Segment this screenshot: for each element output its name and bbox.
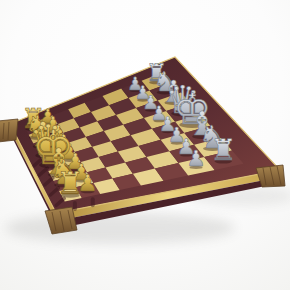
chess-board: ♜♟♞♟♝♟♛♟♟♚♜♟♟♝♞♟♟♝♞♟♟♛♟♜♚♟♟♝♟♞♟♜ xyxy=(0,0,290,290)
piece-black-pawn-h7[interactable]: ♟ xyxy=(186,146,206,171)
piece-white-rook-h1[interactable]: ♜ xyxy=(56,165,84,201)
chess-set-photo: ♜♟♞♟♝♟♛♟♟♚♜♟♟♝♞♟♟♝♞♟♟♛♟♜♚♟♟♝♟♞♟♜ xyxy=(0,0,290,290)
piece-black-rook-h8[interactable]: ♜ xyxy=(210,133,236,167)
